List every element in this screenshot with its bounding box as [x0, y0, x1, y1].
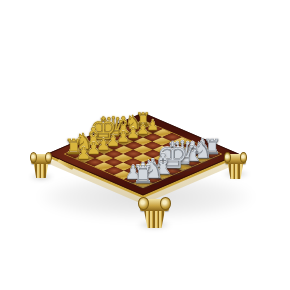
ionic-column-foot-right-icon: [225, 154, 246, 179]
ionic-column-foot-front-icon: [140, 199, 169, 228]
product-photo: ♜♞♝♛♚♝♞♜♟♟♟♟♟♟♟♟♟♟♟♟♟♟♟♟♜♞♝♛♚♝♞♜: [0, 0, 290, 290]
ionic-column-foot-left-icon: [31, 154, 51, 178]
